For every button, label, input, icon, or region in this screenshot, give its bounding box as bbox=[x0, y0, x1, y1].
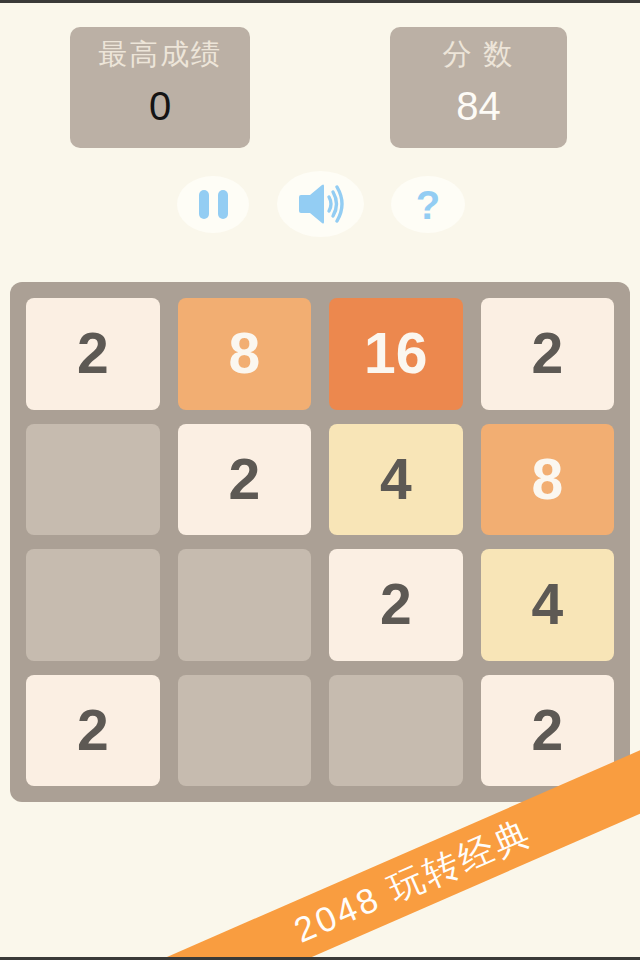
best-score-label: 最高成绩 bbox=[98, 35, 222, 75]
top-border-line bbox=[0, 0, 640, 3]
best-score-value: 0 bbox=[149, 75, 171, 148]
empty-cell-r2c1 bbox=[26, 424, 160, 536]
tile-2-r1c1: 2 bbox=[26, 298, 160, 410]
best-score-box: 最高成绩 0 bbox=[70, 27, 250, 148]
empty-cell-r3c1 bbox=[26, 549, 160, 661]
help-button[interactable]: ? bbox=[391, 176, 465, 233]
empty-cell-r3c2 bbox=[178, 549, 312, 661]
tile-8-r2c4: 8 bbox=[481, 424, 615, 536]
pause-button[interactable] bbox=[177, 176, 249, 233]
game-board[interactable]: 281622482422 bbox=[10, 282, 630, 802]
tile-8-r1c2: 8 bbox=[178, 298, 312, 410]
empty-cell-r4c2 bbox=[178, 675, 312, 787]
question-mark-icon: ? bbox=[416, 185, 440, 225]
tile-2-r3c3: 2 bbox=[329, 549, 463, 661]
current-score-box: 分 数 84 bbox=[390, 27, 567, 148]
sound-button[interactable] bbox=[277, 171, 364, 237]
current-score-label: 分 数 bbox=[442, 35, 514, 75]
pause-icon bbox=[199, 190, 228, 219]
empty-cell-r4c3 bbox=[329, 675, 463, 787]
tile-4-r3c4: 4 bbox=[481, 549, 615, 661]
current-score-value: 84 bbox=[456, 75, 501, 148]
speaker-on-icon bbox=[295, 183, 347, 225]
tile-2-r1c4: 2 bbox=[481, 298, 615, 410]
tile-16-r1c3: 16 bbox=[329, 298, 463, 410]
tile-2-r2c2: 2 bbox=[178, 424, 312, 536]
tile-4-r2c3: 4 bbox=[329, 424, 463, 536]
promo-ribbon-text: 2048 玩转经典 bbox=[287, 809, 539, 954]
tile-2-r4c1: 2 bbox=[26, 675, 160, 787]
